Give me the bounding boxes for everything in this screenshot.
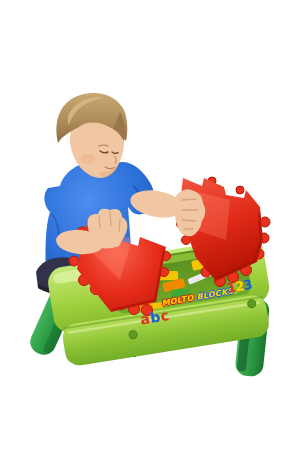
- boy-head: [56, 93, 127, 178]
- boy-blush: [81, 154, 95, 164]
- product-photo: abc MOLTOBLOCKS 123: [0, 0, 303, 450]
- scene-illustration: [0, 0, 303, 450]
- toy-block-green: [171, 290, 189, 299]
